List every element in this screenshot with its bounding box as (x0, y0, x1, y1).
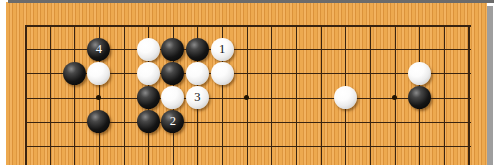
board-right-shadow (487, 6, 493, 165)
move-number: 3 (194, 91, 200, 104)
stone-white-J18[interactable]: 1 (211, 38, 234, 61)
move-number: 4 (96, 43, 102, 56)
go-board[interactable]: 4132 (6, 2, 487, 165)
stone-black-F15[interactable] (137, 110, 160, 133)
stone-white-G16[interactable] (161, 86, 184, 109)
stone-black-F16[interactable] (137, 86, 160, 109)
stone-white-D17[interactable] (87, 62, 110, 85)
stone-black-H18[interactable] (186, 38, 209, 61)
stone-white-J17[interactable] (211, 62, 234, 85)
stone-white-F18[interactable] (137, 38, 160, 61)
stone-white-R17[interactable] (408, 62, 431, 85)
move-number: 1 (219, 43, 225, 56)
stone-white-H16[interactable]: 3 (186, 86, 209, 109)
stone-black-D15[interactable] (87, 110, 110, 133)
stone-black-G18[interactable] (161, 38, 184, 61)
stone-black-D18[interactable]: 4 (87, 38, 110, 61)
move-number: 2 (170, 115, 176, 128)
stone-black-R16[interactable] (408, 86, 431, 109)
go-diagram: 4132 (0, 0, 500, 165)
stone-black-G17[interactable] (161, 62, 184, 85)
board-top-edge (8, 0, 494, 3)
stone-black-G15[interactable]: 2 (161, 110, 184, 133)
stone-white-H17[interactable] (186, 62, 209, 85)
stone-white-F17[interactable] (137, 62, 160, 85)
stone-black-C17[interactable] (63, 62, 86, 85)
stone-white-O16[interactable] (334, 86, 357, 109)
stones-layer: 4132 (13, 13, 481, 158)
